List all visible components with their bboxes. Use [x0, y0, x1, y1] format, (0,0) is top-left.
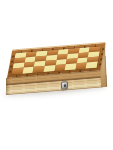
chess-box: [6, 44, 112, 106]
coordinate-dot: [101, 53, 103, 55]
coordinate-dot: [16, 75, 18, 77]
clasp-keyhole: [64, 84, 66, 87]
product-photo-chess-box: [0, 0, 113, 150]
box-perspective-wrapper: [6, 35, 112, 106]
coordinate-dot: [102, 48, 104, 50]
coordinate-dot: [79, 70, 81, 72]
clasp-latch: [60, 81, 68, 90]
coordinate-dot: [69, 71, 71, 73]
coordinate-dot: [58, 71, 60, 73]
clasp-body: [61, 81, 68, 90]
coordinate-dot: [100, 58, 102, 60]
checker-cell: [86, 62, 98, 68]
coordinate-dot: [99, 64, 101, 66]
checkerboard: [12, 46, 101, 74]
coordinate-dot: [26, 74, 28, 76]
coordinate-dot: [37, 73, 39, 75]
coordinate-dot: [47, 72, 49, 74]
coordinate-dot: [90, 69, 92, 71]
